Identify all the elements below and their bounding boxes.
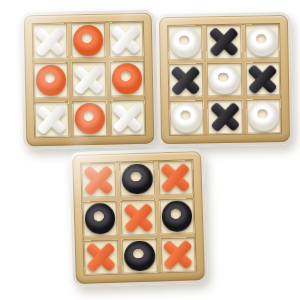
x-piece-white — [34, 25, 66, 58]
x-piece-black — [208, 26, 240, 57]
wood-frame — [72, 151, 205, 284]
x-piece-orange — [85, 241, 118, 274]
product-photo-tic-tac-toe-sets — [0, 0, 300, 300]
o-piece-white — [247, 26, 278, 56]
cell-r3c3[interactable] — [160, 237, 195, 272]
cell-r2c3[interactable] — [245, 62, 280, 96]
board-top-left — [21, 10, 158, 150]
o-piece-black — [124, 240, 155, 271]
o-piece-black — [122, 164, 153, 195]
x-piece-orange — [83, 164, 116, 197]
cell-r2c3[interactable] — [110, 61, 145, 97]
cell-r2c2[interactable] — [72, 62, 107, 98]
cell-r1c3[interactable] — [158, 160, 193, 195]
cell-r1c2[interactable] — [71, 23, 106, 59]
tic-tac-toe-grid — [32, 21, 146, 138]
cell-r2c3[interactable] — [159, 199, 194, 234]
tic-tac-toe-grid — [80, 159, 196, 275]
o-piece-orange — [112, 63, 143, 94]
cell-r3c1[interactable] — [169, 101, 204, 135]
cell-r1c3[interactable] — [109, 22, 144, 58]
board-top-right — [156, 12, 293, 147]
cell-r1c1[interactable] — [33, 23, 68, 59]
o-piece-white — [209, 64, 240, 94]
o-piece-white — [248, 101, 279, 131]
x-piece-black — [170, 64, 202, 96]
cell-r3c1[interactable] — [34, 101, 69, 137]
x-piece-orange — [122, 201, 155, 234]
x-piece-white — [73, 63, 105, 96]
cell-r2c1[interactable] — [82, 201, 117, 236]
cell-r1c1[interactable] — [168, 25, 203, 59]
cell-r1c3[interactable] — [245, 24, 280, 58]
cell-r3c2[interactable] — [122, 238, 157, 273]
cell-r1c2[interactable] — [206, 25, 241, 59]
cell-r1c2[interactable] — [120, 161, 155, 196]
x-piece-white — [36, 103, 68, 136]
board-bottom — [69, 148, 208, 287]
o-piece-black — [85, 203, 116, 234]
x-piece-orange — [159, 162, 192, 195]
cell-r3c2[interactable] — [72, 101, 107, 137]
wood-frame — [159, 15, 290, 144]
cell-r3c2[interactable] — [208, 100, 243, 134]
cell-r3c3[interactable] — [246, 99, 281, 133]
o-piece-orange — [75, 103, 106, 134]
o-piece-orange — [73, 25, 104, 56]
cell-r2c2[interactable] — [207, 62, 242, 96]
x-piece-black — [209, 101, 241, 133]
x-piece-white — [112, 101, 144, 134]
cell-r3c3[interactable] — [110, 100, 145, 136]
o-piece-white — [170, 27, 201, 57]
x-piece-black — [247, 63, 279, 95]
cell-r2c1[interactable] — [34, 62, 69, 98]
o-piece-black — [161, 201, 192, 232]
cell-r2c2[interactable] — [121, 200, 156, 235]
tic-tac-toe-grid — [167, 23, 282, 136]
x-piece-white — [110, 23, 142, 56]
wood-frame — [24, 13, 155, 147]
cell-r3c1[interactable] — [84, 239, 119, 274]
cell-r2c1[interactable] — [169, 63, 204, 97]
o-piece-orange — [36, 65, 67, 96]
o-piece-white — [171, 103, 202, 133]
x-piece-orange — [162, 238, 195, 271]
cell-r1c1[interactable] — [81, 163, 116, 198]
